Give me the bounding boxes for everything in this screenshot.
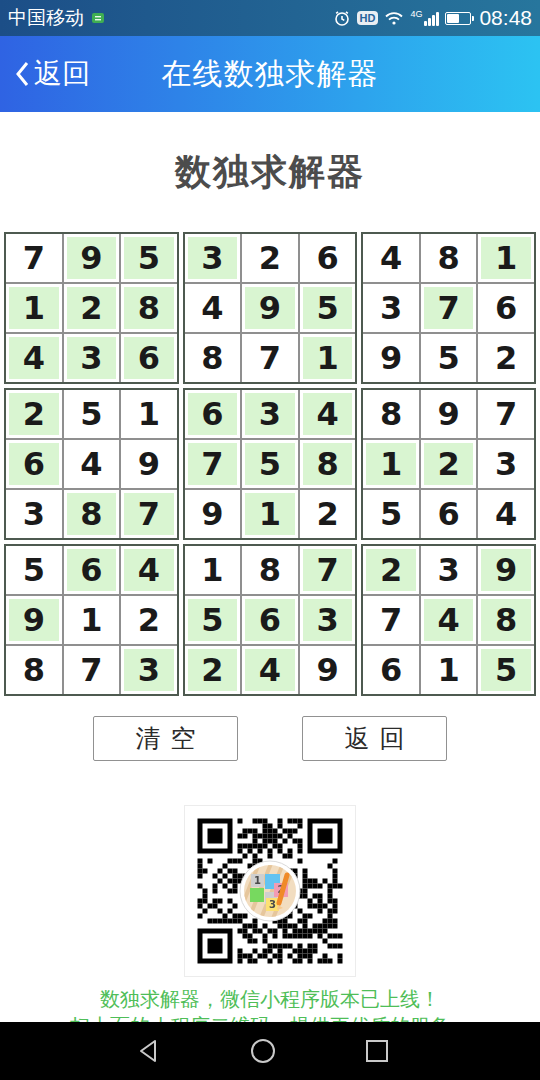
- android-recents-button[interactable]: [363, 1037, 391, 1065]
- sudoku-cell-r2c2[interactable]: 2: [64, 284, 120, 332]
- sudoku-cell-r8c7[interactable]: 7: [363, 596, 419, 644]
- wifi-icon: [384, 11, 404, 26]
- sudoku-cell-r8c6[interactable]: 3: [300, 596, 356, 644]
- recents-square-icon: [363, 1037, 391, 1065]
- hd-icon: HD: [357, 11, 379, 25]
- sudoku-cell-r4c5[interactable]: 3: [242, 390, 298, 438]
- sudoku-box: 564912873: [4, 544, 179, 696]
- sudoku-cell-r4c8[interactable]: 9: [421, 390, 477, 438]
- sudoku-cell-r8c4[interactable]: 5: [185, 596, 241, 644]
- sudoku-cell-r5c8[interactable]: 2: [421, 440, 477, 488]
- sudoku-cell-r1c1[interactable]: 7: [6, 234, 62, 282]
- sudoku-box: 481376952: [361, 232, 536, 384]
- sudoku-cell-r3c5[interactable]: 7: [242, 334, 298, 382]
- sudoku-cell-r8c5[interactable]: 6: [242, 596, 298, 644]
- sudoku-cell-r8c3[interactable]: 2: [121, 596, 177, 644]
- sudoku-cell-r6c7[interactable]: 5: [363, 490, 419, 538]
- sudoku-cell-r2c5[interactable]: 9: [242, 284, 298, 332]
- sudoku-cell-r1c4[interactable]: 3: [185, 234, 241, 282]
- sudoku-cell-r8c2[interactable]: 1: [64, 596, 120, 644]
- android-nav-bar: [0, 1022, 540, 1080]
- sudoku-cell-r5c7[interactable]: 1: [363, 440, 419, 488]
- sudoku-cell-r2c9[interactable]: 6: [478, 284, 534, 332]
- sudoku-cell-r2c4[interactable]: 4: [185, 284, 241, 332]
- sudoku-cell-r1c3[interactable]: 5: [121, 234, 177, 282]
- nav-back-button[interactable]: 返回: [14, 55, 90, 93]
- sudoku-cell-r4c1[interactable]: 2: [6, 390, 62, 438]
- sudoku-cell-r8c1[interactable]: 9: [6, 596, 62, 644]
- sudoku-cell-r1c2[interactable]: 9: [64, 234, 120, 282]
- sudoku-cell-r6c6[interactable]: 2: [300, 490, 356, 538]
- sudoku-cell-r2c6[interactable]: 5: [300, 284, 356, 332]
- sudoku-cell-r3c9[interactable]: 2: [478, 334, 534, 382]
- sudoku-board: 7951284363264958714813769522516493876347…: [4, 232, 536, 696]
- sudoku-cell-r5c1[interactable]: 6: [6, 440, 62, 488]
- sudoku-cell-r9c6[interactable]: 9: [300, 646, 356, 694]
- sudoku-cell-r7c2[interactable]: 6: [64, 546, 120, 594]
- sudoku-cell-r5c3[interactable]: 9: [121, 440, 177, 488]
- sudoku-cell-r5c2[interactable]: 4: [64, 440, 120, 488]
- sudoku-cell-r3c1[interactable]: 4: [6, 334, 62, 382]
- sudoku-cell-r6c9[interactable]: 4: [478, 490, 534, 538]
- sudoku-cell-r7c9[interactable]: 9: [478, 546, 534, 594]
- page-title: 数独求解器: [0, 148, 540, 197]
- sudoku-box: 897123564: [361, 388, 536, 540]
- footer-line1: 数独求解器，微信小程序版本已上线！: [0, 986, 540, 1013]
- back-button[interactable]: 返回: [302, 716, 447, 761]
- sudoku-cell-r6c2[interactable]: 8: [64, 490, 120, 538]
- sudoku-box: 239748615: [361, 544, 536, 696]
- sudoku-cell-r1c5[interactable]: 2: [242, 234, 298, 282]
- network-type-label: 4G: [410, 10, 422, 19]
- sudoku-cell-r2c7[interactable]: 3: [363, 284, 419, 332]
- sudoku-cell-r9c1[interactable]: 8: [6, 646, 62, 694]
- sudoku-box: 634758912: [183, 388, 358, 540]
- nav-bar: 返回 在线数独求解器: [0, 36, 540, 112]
- sudoku-cell-r1c6[interactable]: 6: [300, 234, 356, 282]
- action-buttons: 清空 返回: [0, 716, 540, 761]
- sudoku-cell-r7c4[interactable]: 1: [185, 546, 241, 594]
- sudoku-cell-r5c5[interactable]: 5: [242, 440, 298, 488]
- sudoku-cell-r9c5[interactable]: 4: [242, 646, 298, 694]
- sudoku-cell-r1c7[interactable]: 4: [363, 234, 419, 282]
- sudoku-cell-r9c8[interactable]: 1: [421, 646, 477, 694]
- sudoku-cell-r4c4[interactable]: 6: [185, 390, 241, 438]
- nav-back-label: 返回: [34, 55, 90, 93]
- sudoku-cell-r3c6[interactable]: 1: [300, 334, 356, 382]
- message-icon: [90, 12, 105, 25]
- sudoku-cell-r4c3[interactable]: 1: [121, 390, 177, 438]
- clear-button[interactable]: 清空: [93, 716, 238, 761]
- sudoku-cell-r3c2[interactable]: 3: [64, 334, 120, 382]
- sudoku-cell-r9c7[interactable]: 6: [363, 646, 419, 694]
- sudoku-cell-r7c3[interactable]: 4: [121, 546, 177, 594]
- sudoku-cell-r9c4[interactable]: 2: [185, 646, 241, 694]
- battery-icon: [445, 12, 471, 25]
- sudoku-cell-r3c4[interactable]: 8: [185, 334, 241, 382]
- mini-program-qr-code: [184, 805, 356, 977]
- sudoku-cell-r9c3[interactable]: 3: [121, 646, 177, 694]
- sudoku-cell-r7c7[interactable]: 2: [363, 546, 419, 594]
- sudoku-cell-r4c7[interactable]: 8: [363, 390, 419, 438]
- sudoku-cell-r6c4[interactable]: 9: [185, 490, 241, 538]
- sudoku-cell-r5c6[interactable]: 8: [300, 440, 356, 488]
- sudoku-cell-r7c5[interactable]: 8: [242, 546, 298, 594]
- sudoku-box: 795128436: [4, 232, 179, 384]
- home-circle-icon: [249, 1037, 277, 1065]
- chevron-left-icon: [14, 60, 30, 88]
- sudoku-cell-r3c7[interactable]: 9: [363, 334, 419, 382]
- signal-icon: 4G: [410, 10, 439, 26]
- sudoku-cell-r2c1[interactable]: 1: [6, 284, 62, 332]
- sudoku-cell-r1c8[interactable]: 8: [421, 234, 477, 282]
- sudoku-cell-r6c8[interactable]: 6: [421, 490, 477, 538]
- sudoku-cell-r6c5[interactable]: 1: [242, 490, 298, 538]
- sudoku-cell-r1c9[interactable]: 1: [478, 234, 534, 282]
- sudoku-cell-r5c4[interactable]: 7: [185, 440, 241, 488]
- sudoku-cell-r4c2[interactable]: 5: [64, 390, 120, 438]
- sudoku-cell-r7c1[interactable]: 5: [6, 546, 62, 594]
- alarm-icon: [333, 9, 351, 27]
- back-triangle-icon: [135, 1037, 163, 1065]
- android-home-button[interactable]: [249, 1037, 277, 1065]
- sudoku-cell-r8c9[interactable]: 8: [478, 596, 534, 644]
- sudoku-cell-r4c9[interactable]: 7: [478, 390, 534, 438]
- sudoku-cell-r6c1[interactable]: 3: [6, 490, 62, 538]
- sudoku-box: 187563249: [183, 544, 358, 696]
- sudoku-cell-r9c9[interactable]: 5: [478, 646, 534, 694]
- sudoku-cell-r9c2[interactable]: 7: [64, 646, 120, 694]
- sudoku-cell-r2c3[interactable]: 8: [121, 284, 177, 332]
- sudoku-cell-r4c6[interactable]: 4: [300, 390, 356, 438]
- sudoku-cell-r5c9[interactable]: 3: [478, 440, 534, 488]
- android-back-button[interactable]: [135, 1037, 163, 1065]
- status-bar: 中国移动 HD 4G 08:48: [0, 0, 540, 36]
- sudoku-cell-r3c3[interactable]: 6: [121, 334, 177, 382]
- qr-section: [0, 805, 540, 977]
- sudoku-cell-r3c8[interactable]: 5: [421, 334, 477, 382]
- sudoku-cell-r6c3[interactable]: 7: [121, 490, 177, 538]
- sudoku-cell-r2c8[interactable]: 7: [421, 284, 477, 332]
- carrier-label: 中国移动: [8, 5, 84, 31]
- sudoku-box: 326495871: [183, 232, 358, 384]
- sudoku-box: 251649387: [4, 388, 179, 540]
- clock-label: 08:48: [479, 6, 532, 30]
- sudoku-cell-r8c8[interactable]: 4: [421, 596, 477, 644]
- sudoku-cell-r7c6[interactable]: 7: [300, 546, 356, 594]
- sudoku-cell-r7c8[interactable]: 3: [421, 546, 477, 594]
- page-header-title: 在线数独求解器: [162, 54, 379, 95]
